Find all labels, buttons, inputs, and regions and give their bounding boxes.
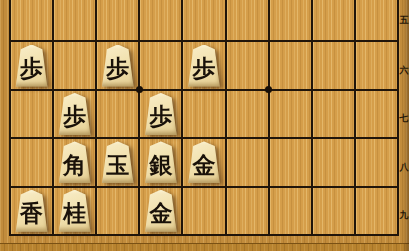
board-cell[interactable] bbox=[11, 139, 52, 185]
star-point bbox=[136, 86, 143, 93]
piece-body: 銀 bbox=[143, 141, 178, 183]
board-cell[interactable] bbox=[227, 42, 268, 88]
board-cell[interactable]: 香 bbox=[11, 188, 52, 234]
piece-kanji: 桂 bbox=[63, 202, 86, 225]
board-cell[interactable]: 歩 bbox=[140, 91, 181, 137]
piece-kanji: 歩 bbox=[106, 57, 129, 80]
board-cell[interactable]: 歩 bbox=[183, 42, 224, 88]
star-point bbox=[265, 86, 272, 93]
rank-label-6: 六 bbox=[399, 65, 409, 75]
piece-kanji: 銀 bbox=[149, 154, 172, 177]
piece-kanji: 角 bbox=[63, 154, 86, 177]
piece-body: 歩 bbox=[186, 45, 221, 87]
board-cell[interactable]: 歩 bbox=[54, 91, 95, 137]
board-cell[interactable] bbox=[227, 91, 268, 137]
board-cell[interactable] bbox=[11, 91, 52, 137]
shogi-piece[interactable]: 金 bbox=[143, 190, 178, 232]
board-cell[interactable] bbox=[356, 91, 397, 137]
shogi-piece[interactable]: 桂 bbox=[57, 190, 92, 232]
shogi-piece[interactable]: 玉 bbox=[100, 141, 135, 183]
board-cell[interactable] bbox=[140, 0, 181, 40]
board-bottom-edge bbox=[0, 243, 409, 251]
shogi-piece[interactable]: 歩 bbox=[14, 45, 49, 87]
piece-kanji: 歩 bbox=[20, 57, 43, 80]
board-cell[interactable] bbox=[183, 188, 224, 234]
board-cell[interactable] bbox=[270, 188, 311, 234]
board-cell[interactable] bbox=[54, 42, 95, 88]
shogi-piece[interactable]: 歩 bbox=[186, 45, 221, 87]
board-cell[interactable]: 歩 bbox=[11, 42, 52, 88]
piece-kanji: 歩 bbox=[63, 105, 86, 128]
piece-kanji: 玉 bbox=[106, 154, 129, 177]
board-cell[interactable] bbox=[270, 139, 311, 185]
rank-label-7: 七 bbox=[399, 113, 409, 123]
board-cell[interactable] bbox=[313, 91, 354, 137]
board-cell[interactable] bbox=[313, 188, 354, 234]
board-cell[interactable] bbox=[140, 42, 181, 88]
board-cell[interactable] bbox=[97, 91, 138, 137]
board-cell[interactable] bbox=[356, 188, 397, 234]
piece-body: 角 bbox=[57, 141, 92, 183]
piece-body: 歩 bbox=[143, 93, 178, 135]
piece-kanji: 歩 bbox=[192, 57, 215, 80]
board-cell[interactable] bbox=[227, 0, 268, 40]
board-cell[interactable] bbox=[356, 139, 397, 185]
board-cell[interactable] bbox=[270, 91, 311, 137]
board-cell[interactable] bbox=[270, 0, 311, 40]
board-cell[interactable]: 玉 bbox=[97, 139, 138, 185]
board-cell[interactable]: 角 bbox=[54, 139, 95, 185]
board-cell[interactable] bbox=[97, 0, 138, 40]
piece-kanji: 金 bbox=[149, 202, 172, 225]
piece-body: 桂 bbox=[57, 190, 92, 232]
board-cell[interactable] bbox=[227, 139, 268, 185]
piece-body: 歩 bbox=[100, 45, 135, 87]
rank-label-8: 八 bbox=[399, 162, 409, 172]
piece-body: 金 bbox=[186, 141, 221, 183]
piece-kanji: 香 bbox=[20, 202, 43, 225]
shogi-screenshot: 歩歩歩歩歩角玉銀金香桂金 五 六 七 八 九 bbox=[0, 0, 409, 251]
piece-body: 金 bbox=[143, 190, 178, 232]
piece-body: 玉 bbox=[100, 141, 135, 183]
board-cell[interactable]: 金 bbox=[140, 188, 181, 234]
board-cell[interactable] bbox=[227, 188, 268, 234]
board-cell[interactable] bbox=[54, 0, 95, 40]
board-cell[interactable] bbox=[270, 42, 311, 88]
board-cell[interactable] bbox=[356, 42, 397, 88]
board-cell[interactable] bbox=[313, 139, 354, 185]
rank-label-5: 五 bbox=[399, 15, 409, 25]
board-cell[interactable]: 歩 bbox=[97, 42, 138, 88]
shogi-board: 歩歩歩歩歩角玉銀金香桂金 bbox=[9, 0, 399, 236]
piece-body: 香 bbox=[14, 190, 49, 232]
shogi-piece[interactable]: 香 bbox=[14, 190, 49, 232]
shogi-piece[interactable]: 金 bbox=[186, 141, 221, 183]
board-cell[interactable] bbox=[313, 42, 354, 88]
board-cell[interactable]: 銀 bbox=[140, 139, 181, 185]
shogi-piece[interactable]: 銀 bbox=[143, 141, 178, 183]
piece-body: 歩 bbox=[14, 45, 49, 87]
piece-kanji: 金 bbox=[192, 154, 215, 177]
board-cell[interactable]: 金 bbox=[183, 139, 224, 185]
board-cell[interactable] bbox=[97, 188, 138, 234]
piece-kanji: 歩 bbox=[149, 105, 172, 128]
piece-body: 歩 bbox=[57, 93, 92, 135]
board-cell[interactable] bbox=[11, 0, 52, 40]
board-cell[interactable]: 桂 bbox=[54, 188, 95, 234]
shogi-piece[interactable]: 歩 bbox=[143, 93, 178, 135]
shogi-piece[interactable]: 角 bbox=[57, 141, 92, 183]
board-cell[interactable] bbox=[356, 0, 397, 40]
board-cell[interactable] bbox=[313, 0, 354, 40]
board-cell[interactable] bbox=[183, 0, 224, 40]
board-cell[interactable] bbox=[183, 91, 224, 137]
shogi-piece[interactable]: 歩 bbox=[57, 93, 92, 135]
shogi-piece[interactable]: 歩 bbox=[100, 45, 135, 87]
rank-label-9: 九 bbox=[399, 210, 409, 220]
